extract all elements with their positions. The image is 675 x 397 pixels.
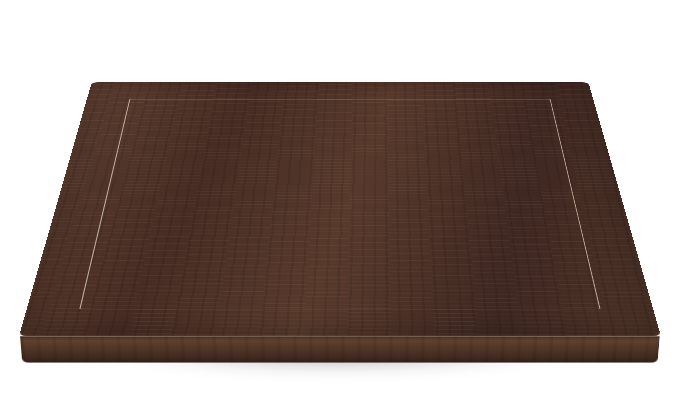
board-front-edge xyxy=(20,336,660,363)
chess-board xyxy=(19,82,661,336)
board-surface xyxy=(19,82,661,336)
chessboard-photo xyxy=(0,0,675,397)
board-grid xyxy=(90,102,589,304)
